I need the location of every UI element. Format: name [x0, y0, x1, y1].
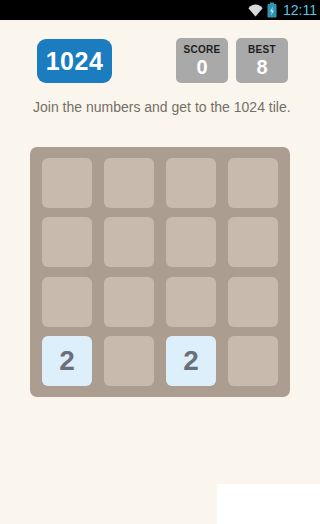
best-box: BEST 8 [236, 38, 288, 83]
empty-cell [104, 158, 154, 208]
game-board[interactable]: 22 [30, 147, 290, 397]
score-box: SCORE 0 [176, 38, 228, 83]
empty-cell [104, 336, 154, 386]
white-overlay-patch [217, 484, 320, 524]
empty-cell [42, 277, 92, 327]
best-value: 8 [256, 56, 267, 78]
status-time: 12:11 [283, 0, 317, 20]
empty-cell [166, 217, 216, 267]
intro-text: Join the numbers and get to the 1024 til… [33, 98, 293, 117]
empty-cell [228, 336, 278, 386]
tile-2: 2 [42, 336, 92, 386]
wifi-icon [248, 4, 263, 17]
empty-cell [166, 158, 216, 208]
empty-cell [42, 217, 92, 267]
empty-cell [228, 217, 278, 267]
best-label: BEST [248, 44, 276, 56]
empty-cell [42, 158, 92, 208]
status-bar: 12:11 [0, 0, 320, 20]
app-logo: 1024 [37, 39, 112, 83]
score-label: SCORE [183, 44, 220, 56]
empty-cell [166, 277, 216, 327]
score-value: 0 [196, 56, 207, 78]
app-screen: 12:11 1024 SCORE 0 BEST 8 Join the numbe… [0, 0, 320, 524]
empty-cell [228, 158, 278, 208]
battery-charging-icon [267, 2, 277, 18]
empty-cell [104, 277, 154, 327]
empty-cell [104, 217, 154, 267]
empty-cell [228, 277, 278, 327]
tile-2: 2 [166, 336, 216, 386]
